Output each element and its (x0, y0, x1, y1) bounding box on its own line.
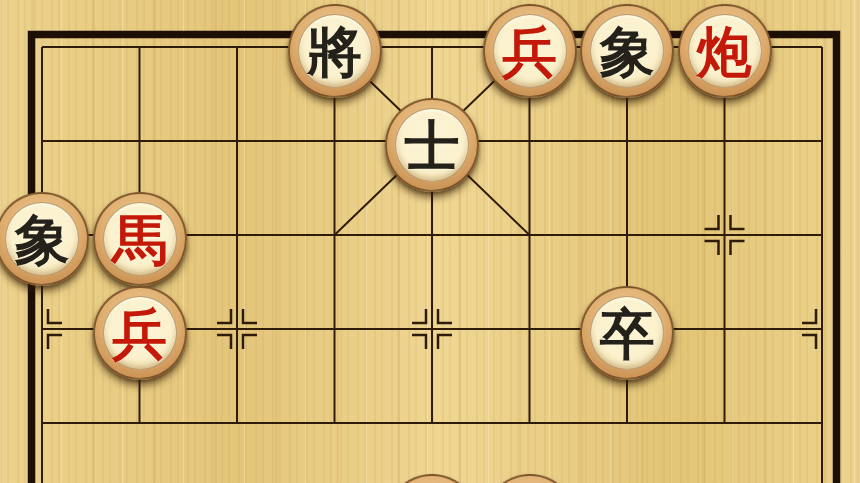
piece-glyph: 象 (15, 212, 70, 267)
piece-black-general[interactable]: 將 (288, 4, 382, 98)
piece-glyph: 象 (600, 24, 655, 79)
piece-face: 炮 (688, 14, 762, 88)
piece-face: 將 (298, 14, 372, 88)
piece-face: 士 (395, 108, 469, 182)
piece-unknown-piece-b[interactable] (483, 474, 577, 483)
xiangqi-board[interactable]: 將兵象炮士象馬兵卒 (0, 0, 860, 483)
piece-glyph: 卒 (600, 306, 655, 361)
piece-face: 兵 (103, 296, 177, 370)
piece-face: 象 (590, 14, 664, 88)
piece-red-soldier-a[interactable]: 兵 (483, 4, 577, 98)
piece-layer: 將兵象炮士象馬兵卒 (0, 0, 860, 483)
piece-face: 象 (5, 202, 79, 276)
piece-black-elephant-a[interactable]: 象 (580, 4, 674, 98)
piece-face: 馬 (103, 202, 177, 276)
piece-red-cannon[interactable]: 炮 (678, 4, 772, 98)
piece-glyph: 士 (405, 118, 460, 173)
piece-face: 兵 (493, 14, 567, 88)
piece-red-horse[interactable]: 馬 (93, 192, 187, 286)
piece-red-soldier-b[interactable]: 兵 (93, 286, 187, 380)
piece-glyph: 將 (307, 24, 362, 79)
piece-glyph: 馬 (112, 212, 167, 267)
piece-unknown-piece-a[interactable] (385, 474, 479, 483)
piece-glyph: 兵 (112, 306, 167, 361)
piece-black-soldier[interactable]: 卒 (580, 286, 674, 380)
piece-glyph: 炮 (697, 24, 752, 79)
piece-black-elephant-b[interactable]: 象 (0, 192, 89, 286)
piece-glyph: 兵 (502, 24, 557, 79)
piece-black-advisor[interactable]: 士 (385, 98, 479, 192)
piece-face: 卒 (590, 296, 664, 370)
